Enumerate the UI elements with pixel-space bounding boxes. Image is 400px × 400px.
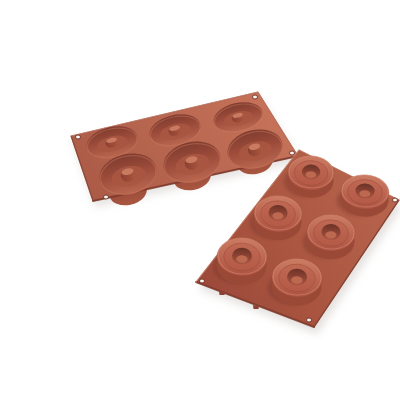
- donut-bump: [212, 237, 268, 286]
- corner-hole: [253, 95, 258, 99]
- corner-hole: [104, 195, 109, 199]
- product-photo: Product photo: two terracotta-coloured s…: [40, 16, 400, 400]
- corner-hole: [307, 318, 312, 322]
- corner-hole: [290, 151, 295, 155]
- scene-svg: [40, 16, 400, 400]
- corner-hole: [76, 135, 81, 139]
- donut-bump: [249, 195, 303, 242]
- corner-hole: [200, 279, 205, 283]
- corner-hole: [393, 198, 398, 202]
- back-mold: [71, 92, 298, 209]
